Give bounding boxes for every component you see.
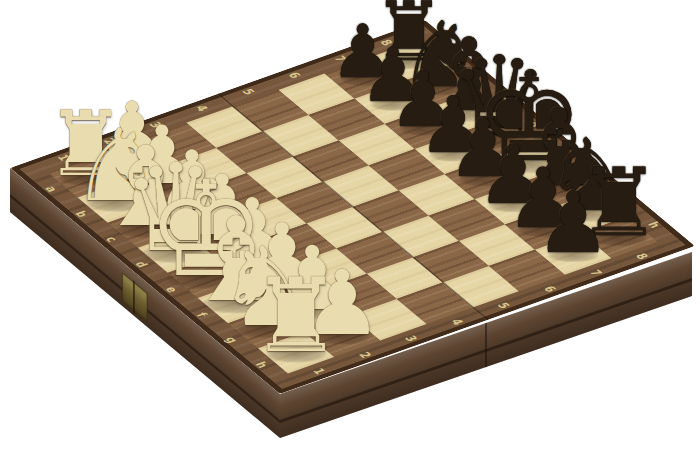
piece-black-pawn-h7[interactable]: ♟ <box>535 181 611 265</box>
chessboard-photo: 11aa22bb33cc44dd55ee66ff77gg88hh ♜♟♞♟♝♟♛… <box>0 0 700 455</box>
pieces-layer: ♜♟♞♟♝♟♛♟♟♚♜♟♟♝♞♟♟♞♝♟♟♜♛♟♟♚♟♝♟♞♟♜ <box>0 0 700 455</box>
piece-white-rook-h1[interactable]: ♜ <box>250 265 342 367</box>
